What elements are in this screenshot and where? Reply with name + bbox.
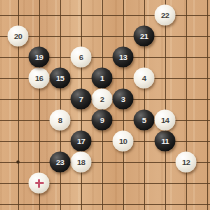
move-number: 16 bbox=[35, 74, 43, 82]
move-number: 1 bbox=[100, 74, 104, 82]
move-number: 21 bbox=[140, 32, 148, 40]
stone-black-21: 21 bbox=[134, 26, 155, 47]
move-number: 9 bbox=[100, 116, 104, 124]
grid-line-vertical bbox=[186, 0, 187, 210]
grid-line-vertical bbox=[165, 0, 166, 210]
stone-white-20: 20 bbox=[8, 26, 29, 47]
grid-line-vertical bbox=[207, 0, 208, 210]
move-number: 3 bbox=[121, 95, 125, 103]
stone-white-22: 22 bbox=[155, 5, 176, 26]
stone-white-8: 8 bbox=[50, 110, 71, 131]
stone-white-18: 18 bbox=[71, 152, 92, 173]
stone-white-16: 16 bbox=[29, 68, 50, 89]
grid-line-horizontal bbox=[0, 36, 210, 37]
stone-black-19: 19 bbox=[29, 47, 50, 68]
stone-black-11: 11 bbox=[155, 131, 176, 152]
star-point bbox=[17, 161, 20, 164]
move-number: 20 bbox=[14, 32, 22, 40]
stone-white-10: 10 bbox=[113, 131, 134, 152]
stone-black-9: 9 bbox=[92, 110, 113, 131]
move-number: 18 bbox=[77, 158, 85, 166]
stone-black-13: 13 bbox=[113, 47, 134, 68]
move-number: 2 bbox=[100, 95, 104, 103]
move-number: 13 bbox=[119, 53, 127, 61]
go-board[interactable]: 1234567891011121314151617181920212223 bbox=[0, 0, 210, 210]
stone-white-6: 6 bbox=[71, 47, 92, 68]
stone-white-12: 12 bbox=[176, 152, 197, 173]
grid-line-vertical bbox=[60, 0, 61, 210]
move-number: 10 bbox=[119, 137, 127, 145]
stone-black-23: 23 bbox=[50, 152, 71, 173]
move-number: 7 bbox=[79, 95, 83, 103]
move-number: 4 bbox=[142, 74, 146, 82]
move-number: 22 bbox=[161, 11, 169, 19]
move-number: 5 bbox=[142, 116, 146, 124]
last-move-cross-icon bbox=[35, 179, 44, 188]
move-number: 6 bbox=[79, 53, 83, 61]
stone-black-15: 15 bbox=[50, 68, 71, 89]
grid-line-horizontal bbox=[0, 204, 210, 205]
stone-black-17: 17 bbox=[71, 131, 92, 152]
stone-black-1: 1 bbox=[92, 68, 113, 89]
stone-black-5: 5 bbox=[134, 110, 155, 131]
stone-white-cross bbox=[29, 173, 50, 194]
stone-white-4: 4 bbox=[134, 68, 155, 89]
move-number: 11 bbox=[161, 137, 168, 145]
move-number: 23 bbox=[56, 158, 64, 166]
move-number: 15 bbox=[56, 74, 64, 82]
grid-line-horizontal bbox=[0, 15, 210, 16]
grid-line-horizontal bbox=[0, 141, 210, 142]
move-number: 8 bbox=[58, 116, 62, 124]
move-number: 17 bbox=[77, 137, 85, 145]
stone-white-2: 2 bbox=[92, 89, 113, 110]
move-number: 19 bbox=[35, 53, 43, 61]
stone-black-3: 3 bbox=[113, 89, 134, 110]
stone-white-14: 14 bbox=[155, 110, 176, 131]
stone-black-7: 7 bbox=[71, 89, 92, 110]
move-number: 14 bbox=[161, 116, 169, 124]
move-number: 12 bbox=[182, 158, 190, 166]
